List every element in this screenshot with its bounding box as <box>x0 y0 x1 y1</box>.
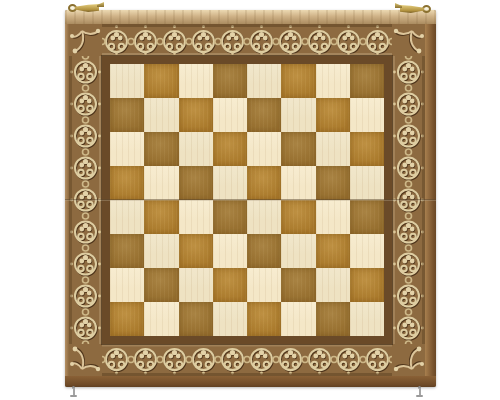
square-f7[interactable] <box>281 98 315 132</box>
square-d8[interactable] <box>213 64 247 98</box>
square-h2[interactable] <box>350 268 384 302</box>
square-g8[interactable] <box>316 64 350 98</box>
square-h1[interactable] <box>350 302 384 336</box>
square-b7[interactable] <box>144 98 178 132</box>
square-c2[interactable] <box>179 268 213 302</box>
square-b2[interactable] <box>144 268 178 302</box>
carved-border-bottom <box>102 344 392 376</box>
square-c5[interactable] <box>179 166 213 200</box>
square-h6[interactable] <box>350 132 384 166</box>
square-a3[interactable] <box>110 234 144 268</box>
square-h4[interactable] <box>350 200 384 234</box>
square-c8[interactable] <box>179 64 213 98</box>
square-d6[interactable] <box>213 132 247 166</box>
brass-hinge-left <box>68 1 104 14</box>
square-a2[interactable] <box>110 268 144 302</box>
square-a7[interactable] <box>110 98 144 132</box>
square-e7[interactable] <box>247 98 281 132</box>
square-f6[interactable] <box>281 132 315 166</box>
square-c4[interactable] <box>179 200 213 234</box>
square-b1[interactable] <box>144 302 178 336</box>
carved-corner-bottom-left <box>69 344 102 376</box>
fold-seam <box>65 199 436 201</box>
foot-pin-left <box>69 386 78 397</box>
square-g3[interactable] <box>316 234 350 268</box>
square-b8[interactable] <box>144 64 178 98</box>
square-a4[interactable] <box>110 200 144 234</box>
hinge-plate <box>75 4 99 12</box>
square-e6[interactable] <box>247 132 281 166</box>
carved-corner-top-left <box>69 24 102 56</box>
square-h8[interactable] <box>350 64 384 98</box>
square-g6[interactable] <box>316 132 350 166</box>
square-f3[interactable] <box>281 234 315 268</box>
square-f8[interactable] <box>281 64 315 98</box>
square-e1[interactable] <box>247 302 281 336</box>
square-c6[interactable] <box>179 132 213 166</box>
square-a1[interactable] <box>110 302 144 336</box>
square-d3[interactable] <box>213 234 247 268</box>
square-d1[interactable] <box>213 302 247 336</box>
square-g1[interactable] <box>316 302 350 336</box>
square-c1[interactable] <box>179 302 213 336</box>
square-a5[interactable] <box>110 166 144 200</box>
square-b4[interactable] <box>144 200 178 234</box>
square-e2[interactable] <box>247 268 281 302</box>
hinge-plate <box>400 5 424 13</box>
square-g2[interactable] <box>316 268 350 302</box>
square-e4[interactable] <box>247 200 281 234</box>
square-d2[interactable] <box>213 268 247 302</box>
foot-pin-right <box>415 386 424 397</box>
square-b6[interactable] <box>144 132 178 166</box>
carved-border-top <box>102 24 392 56</box>
square-a8[interactable] <box>110 64 144 98</box>
box-top-edge <box>65 10 436 24</box>
square-h5[interactable] <box>350 166 384 200</box>
square-e3[interactable] <box>247 234 281 268</box>
square-e5[interactable] <box>247 166 281 200</box>
square-a6[interactable] <box>110 132 144 166</box>
carved-corner-top-right <box>392 24 425 56</box>
square-c3[interactable] <box>179 234 213 268</box>
square-f5[interactable] <box>281 166 315 200</box>
square-h3[interactable] <box>350 234 384 268</box>
square-g4[interactable] <box>316 200 350 234</box>
square-c7[interactable] <box>179 98 213 132</box>
square-f2[interactable] <box>281 268 315 302</box>
square-b3[interactable] <box>144 234 178 268</box>
product-photo <box>0 0 500 400</box>
square-g5[interactable] <box>316 166 350 200</box>
square-f4[interactable] <box>281 200 315 234</box>
box-bottom-edge <box>65 376 436 387</box>
carved-corner-bottom-right <box>392 344 425 376</box>
square-g7[interactable] <box>316 98 350 132</box>
square-d5[interactable] <box>213 166 247 200</box>
chess-board-box <box>65 10 436 387</box>
square-d7[interactable] <box>213 98 247 132</box>
square-d4[interactable] <box>213 200 247 234</box>
square-b5[interactable] <box>144 166 178 200</box>
square-f1[interactable] <box>281 302 315 336</box>
square-e8[interactable] <box>247 64 281 98</box>
square-h7[interactable] <box>350 98 384 132</box>
brass-hinge-right <box>395 2 431 15</box>
